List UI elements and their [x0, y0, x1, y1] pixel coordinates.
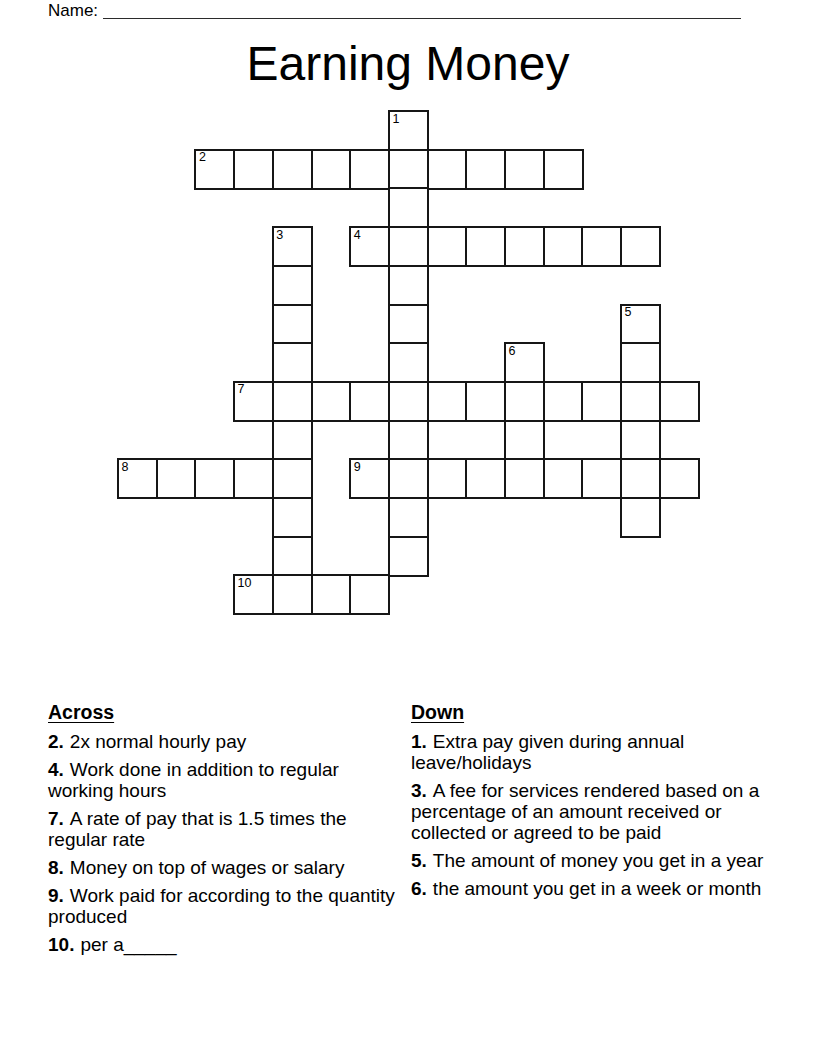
cell-r6c13[interactable] — [620, 342, 661, 383]
clue-across-4: 4.Work done in addition to regular worki… — [48, 759, 396, 801]
cell-r0c7[interactable]: 1 — [388, 110, 429, 151]
cell-r8c10[interactable] — [504, 420, 545, 461]
cell-r2c7[interactable] — [388, 187, 429, 228]
cell-r1c7[interactable] — [388, 149, 429, 190]
cell-r3c4[interactable]: 3 — [272, 226, 313, 267]
cell-r1c3[interactable] — [233, 149, 274, 190]
cell-r3c6[interactable]: 4 — [349, 226, 390, 267]
cell-r1c2[interactable]: 2 — [194, 149, 235, 190]
cell-r1c10[interactable] — [504, 149, 545, 190]
cell-r4c7[interactable] — [388, 265, 429, 306]
cell-r6c10[interactable]: 6 — [504, 342, 545, 383]
cell-r9c13[interactable] — [620, 458, 661, 499]
cell-r9c12[interactable] — [581, 458, 622, 499]
cell-r9c3[interactable] — [233, 458, 274, 499]
clue-down-6: 6.the amount you get in a week or month — [411, 878, 771, 899]
clue-text: Work done in addition to regular working… — [48, 759, 339, 801]
clue-number: 5. — [411, 850, 427, 871]
cell-r1c4[interactable] — [272, 149, 313, 190]
cell-r9c14[interactable] — [659, 458, 700, 499]
cell-r6c7[interactable] — [388, 342, 429, 383]
clue-number: 1. — [411, 731, 427, 752]
clue-across-7: 7.A rate of pay that is 1.5 times the re… — [48, 808, 396, 850]
cell-number-4: 4 — [354, 229, 361, 243]
cell-number-1: 1 — [392, 113, 399, 127]
cell-r9c9[interactable] — [465, 458, 506, 499]
clue-number: 3. — [411, 780, 427, 801]
clue-text: 2x normal hourly pay — [70, 731, 246, 752]
across-clues-column: Across 2.2x normal hourly pay4.Work done… — [48, 702, 396, 962]
clue-number: 2. — [48, 731, 64, 752]
cell-r3c12[interactable] — [581, 226, 622, 267]
cell-r11c4[interactable] — [272, 536, 313, 577]
clue-number: 8. — [48, 857, 64, 878]
cell-number-8: 8 — [122, 461, 129, 475]
cell-number-10: 10 — [238, 577, 252, 591]
cell-r7c4[interactable] — [272, 381, 313, 422]
clue-down-1: 1.Extra pay given during annual leave/ho… — [411, 731, 771, 773]
crossword-worksheet: Name: Earning Money 12345678910 Across 2… — [0, 0, 816, 1056]
cell-r5c4[interactable] — [272, 304, 313, 345]
cell-r7c12[interactable] — [581, 381, 622, 422]
cell-r9c1[interactable] — [156, 458, 197, 499]
cell-r7c14[interactable] — [659, 381, 700, 422]
name-label: Name: — [48, 2, 98, 19]
cell-r7c13[interactable] — [620, 381, 661, 422]
cell-r7c5[interactable] — [311, 381, 352, 422]
cell-r8c7[interactable] — [388, 420, 429, 461]
cell-r9c8[interactable] — [427, 458, 468, 499]
name-row: Name: — [48, 2, 741, 19]
cell-r8c4[interactable] — [272, 420, 313, 461]
clue-across-9: 9.Work paid for according to the quantit… — [48, 885, 396, 927]
cell-r1c6[interactable] — [349, 149, 390, 190]
cell-r9c6[interactable]: 9 — [349, 458, 390, 499]
cell-r3c7[interactable] — [388, 226, 429, 267]
cell-r3c13[interactable] — [620, 226, 661, 267]
cell-r10c4[interactable] — [272, 497, 313, 538]
cell-r9c11[interactable] — [543, 458, 584, 499]
cell-r5c13[interactable]: 5 — [620, 304, 661, 345]
cell-number-6: 6 — [509, 345, 516, 359]
clue-across-10: 10.per a_____ — [48, 934, 396, 955]
clue-text: Extra pay given during annual leave/holi… — [411, 731, 684, 773]
cell-r7c8[interactable] — [427, 381, 468, 422]
cell-r7c9[interactable] — [465, 381, 506, 422]
cell-r3c11[interactable] — [543, 226, 584, 267]
cell-number-9: 9 — [354, 461, 361, 475]
cell-number-3: 3 — [276, 229, 283, 243]
cell-r4c4[interactable] — [272, 265, 313, 306]
cell-number-5: 5 — [625, 306, 632, 320]
down-header: Down — [411, 702, 771, 723]
across-clue-list: 2.2x normal hourly pay4.Work done in add… — [48, 731, 396, 955]
clue-text: per a_____ — [80, 934, 176, 955]
across-header: Across — [48, 702, 396, 723]
cell-r1c11[interactable] — [543, 149, 584, 190]
cell-r9c4[interactable] — [272, 458, 313, 499]
cell-number-7: 7 — [238, 383, 245, 397]
cell-r10c13[interactable] — [620, 497, 661, 538]
cell-r7c3[interactable]: 7 — [233, 381, 274, 422]
clue-number: 7. — [48, 808, 64, 829]
cell-r5c7[interactable] — [388, 304, 429, 345]
clue-text: Work paid for according to the quantity … — [48, 885, 395, 927]
cell-r12c3[interactable]: 10 — [233, 574, 274, 615]
cell-r1c9[interactable] — [465, 149, 506, 190]
cell-r7c7[interactable] — [388, 381, 429, 422]
down-clues-column: Down 1.Extra pay given during annual lea… — [411, 702, 771, 906]
clue-number: 9. — [48, 885, 64, 906]
cell-r10c7[interactable] — [388, 497, 429, 538]
cell-r11c7[interactable] — [388, 536, 429, 577]
clue-text: Money on top of wages or salary — [70, 857, 345, 878]
cell-r9c0[interactable]: 8 — [117, 458, 158, 499]
clue-text: A fee for services rendered based on a p… — [411, 780, 759, 843]
cell-r6c4[interactable] — [272, 342, 313, 383]
name-input-line[interactable] — [103, 2, 741, 19]
cell-r7c6[interactable] — [349, 381, 390, 422]
cell-r9c10[interactable] — [504, 458, 545, 499]
clue-down-3: 3.A fee for services rendered based on a… — [411, 780, 771, 843]
cell-r3c8[interactable] — [427, 226, 468, 267]
cell-r9c7[interactable] — [388, 458, 429, 499]
clue-text: The amount of money you get in a year — [433, 850, 764, 871]
puzzle-title: Earning Money — [0, 38, 816, 90]
down-clue-list: 1.Extra pay given during annual leave/ho… — [411, 731, 771, 899]
cell-r12c5[interactable] — [311, 574, 352, 615]
cell-r3c10[interactable] — [504, 226, 545, 267]
clue-number: 10. — [48, 934, 74, 955]
clue-across-2: 2.2x normal hourly pay — [48, 731, 396, 752]
clue-number: 4. — [48, 759, 64, 780]
cell-r3c9[interactable] — [465, 226, 506, 267]
cell-r12c4[interactable] — [272, 574, 313, 615]
clue-across-8: 8.Money on top of wages or salary — [48, 857, 396, 878]
cell-number-2: 2 — [199, 151, 206, 165]
cell-r12c6[interactable] — [349, 574, 390, 615]
cell-r8c13[interactable] — [620, 420, 661, 461]
cell-r7c11[interactable] — [543, 381, 584, 422]
cell-r9c2[interactable] — [194, 458, 235, 499]
clue-text: the amount you get in a week or month — [433, 878, 761, 899]
clue-down-5: 5.The amount of money you get in a year — [411, 850, 771, 871]
cell-r1c5[interactable] — [311, 149, 352, 190]
cell-r1c8[interactable] — [427, 149, 468, 190]
clue-number: 6. — [411, 878, 427, 899]
crossword-grid: 12345678910 — [117, 110, 698, 613]
cell-r7c10[interactable] — [504, 381, 545, 422]
clue-text: A rate of pay that is 1.5 times the regu… — [48, 808, 347, 850]
